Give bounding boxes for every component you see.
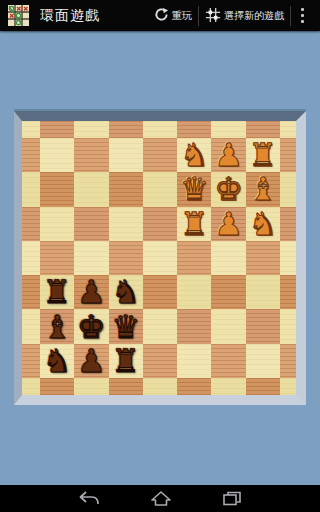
board-square[interactable]	[246, 309, 280, 343]
chess-piece-brown-pawn[interactable]: ♟	[74, 275, 108, 309]
board-square[interactable]	[22, 121, 40, 138]
new-game-button[interactable]: 選擇新的遊戲	[199, 0, 290, 31]
board-square[interactable]	[40, 121, 74, 138]
board-square[interactable]	[143, 207, 177, 241]
chess-piece-gold-king[interactable]: ♚	[211, 172, 245, 206]
board-square[interactable]	[40, 138, 74, 172]
home-button[interactable]	[150, 485, 172, 512]
board-square[interactable]	[246, 344, 280, 378]
back-button[interactable]	[78, 485, 100, 512]
board-square[interactable]	[143, 172, 177, 206]
board-square[interactable]	[211, 275, 245, 309]
replay-button[interactable]: 重玩	[148, 0, 198, 31]
board-square[interactable]	[211, 378, 245, 395]
chess-piece-gold-queen[interactable]: ♛	[177, 172, 211, 206]
board-square[interactable]	[177, 378, 211, 395]
board-square[interactable]	[74, 207, 108, 241]
board-square[interactable]	[74, 378, 108, 395]
board-square[interactable]	[109, 207, 143, 241]
board-square[interactable]	[40, 172, 74, 206]
chess-piece-brown-king[interactable]: ♚	[74, 309, 108, 343]
board-square[interactable]	[22, 275, 40, 309]
board-square[interactable]	[40, 207, 74, 241]
board-square[interactable]	[177, 241, 211, 275]
board-square[interactable]	[22, 241, 40, 275]
chess-piece-brown-rook[interactable]: ♜	[109, 344, 143, 378]
new-game-label: 選擇新的遊戲	[224, 9, 284, 23]
board-square[interactable]	[143, 309, 177, 343]
board-square[interactable]	[177, 275, 211, 309]
board-square[interactable]	[246, 275, 280, 309]
board-square[interactable]	[74, 241, 108, 275]
board-square[interactable]	[143, 121, 177, 138]
board-square[interactable]	[211, 309, 245, 343]
app-title: 環面遊戲	[40, 7, 100, 25]
board-square[interactable]	[246, 241, 280, 275]
board-square[interactable]	[109, 241, 143, 275]
board-square[interactable]	[22, 138, 40, 172]
board-square[interactable]	[22, 309, 40, 343]
board-square[interactable]	[177, 309, 211, 343]
chess-piece-brown-knight[interactable]: ♞	[109, 275, 143, 309]
board-square[interactable]	[74, 138, 108, 172]
board-square[interactable]	[143, 275, 177, 309]
chess-piece-gold-knight[interactable]: ♞	[177, 138, 211, 172]
board-square[interactable]	[40, 241, 74, 275]
chess-piece-gold-bishop[interactable]: ♝	[246, 172, 280, 206]
board-square[interactable]	[109, 138, 143, 172]
android-nav-bar	[0, 485, 320, 512]
board-square[interactable]	[74, 121, 108, 138]
board-square[interactable]	[109, 172, 143, 206]
screen: 環面遊戲 重玩 選擇新的遊戲	[0, 0, 320, 512]
board-square[interactable]	[280, 378, 296, 395]
ellipsis-dot	[301, 8, 304, 11]
board-square[interactable]	[74, 172, 108, 206]
board-square[interactable]	[177, 344, 211, 378]
board-square[interactable]	[143, 344, 177, 378]
board-square[interactable]	[40, 378, 74, 395]
chess-piece-gold-knight[interactable]: ♞	[246, 207, 280, 241]
chess-piece-brown-bishop[interactable]: ♝	[40, 309, 74, 343]
board-square[interactable]	[280, 207, 296, 241]
chess-piece-brown-queen[interactable]: ♛	[109, 309, 143, 343]
chess-piece-gold-pawn[interactable]: ♟	[211, 207, 245, 241]
board-square[interactable]	[143, 138, 177, 172]
board-square[interactable]	[280, 172, 296, 206]
chess-piece-gold-rook[interactable]: ♜	[246, 138, 280, 172]
chess-piece-gold-rook[interactable]: ♜	[177, 207, 211, 241]
chess-board-frame: ♞♟♜♛♚♝♜♟♞♜♟♞♝♚♛♞♟♜	[14, 111, 306, 405]
board-square[interactable]	[280, 121, 296, 138]
board-square[interactable]	[280, 241, 296, 275]
ellipsis-dot	[301, 20, 304, 23]
board-square[interactable]	[22, 207, 40, 241]
chess-piece-brown-pawn[interactable]: ♟	[74, 344, 108, 378]
board-square[interactable]	[280, 344, 296, 378]
board-square[interactable]	[211, 344, 245, 378]
board-square[interactable]	[143, 378, 177, 395]
board-square[interactable]	[280, 309, 296, 343]
board-square[interactable]	[143, 241, 177, 275]
refresh-icon	[154, 7, 169, 24]
board-square[interactable]	[280, 138, 296, 172]
app-icon-torus-games	[8, 5, 29, 26]
game-board-icon	[205, 7, 221, 25]
chess-piece-brown-rook[interactable]: ♜	[40, 275, 74, 309]
board-square[interactable]	[109, 378, 143, 395]
overflow-menu-button[interactable]	[291, 0, 314, 31]
board-square[interactable]	[22, 344, 40, 378]
board-square[interactable]	[22, 378, 40, 395]
board-square[interactable]	[22, 172, 40, 206]
board-square[interactable]	[246, 378, 280, 395]
ellipsis-dot	[301, 14, 304, 17]
game-area: ♞♟♜♛♚♝♜♟♞♜♟♞♝♚♛♞♟♜	[0, 31, 320, 485]
chess-piece-gold-pawn[interactable]: ♟	[211, 138, 245, 172]
chess-piece-brown-knight[interactable]: ♞	[40, 344, 74, 378]
board-square[interactable]	[109, 121, 143, 138]
recents-button[interactable]	[222, 485, 242, 512]
action-bar: 環面遊戲 重玩 選擇新的遊戲	[0, 0, 320, 31]
board-square[interactable]	[211, 241, 245, 275]
board-square[interactable]	[280, 275, 296, 309]
replay-label: 重玩	[172, 9, 192, 23]
chess-board[interactable]: ♞♟♜♛♚♝♜♟♞♜♟♞♝♚♛♞♟♜	[22, 121, 296, 395]
